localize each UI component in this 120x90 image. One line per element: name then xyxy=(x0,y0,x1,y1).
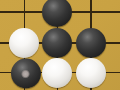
last-move-marker-icon xyxy=(21,69,30,78)
go-board[interactable] xyxy=(0,0,120,90)
intersection-r2c2 xyxy=(41,28,75,59)
intersection-r3c1 xyxy=(7,58,41,89)
board-grid[interactable] xyxy=(7,0,108,89)
intersection-r1c1[interactable] xyxy=(7,0,41,28)
black-stone xyxy=(76,28,106,58)
intersection-r1c3[interactable] xyxy=(74,0,108,28)
black-stone xyxy=(11,59,41,89)
intersection-r3c3 xyxy=(74,58,108,89)
intersection-r3c2 xyxy=(41,58,75,89)
white-stone xyxy=(76,58,106,88)
intersection-r2c1 xyxy=(7,28,41,59)
white-stone xyxy=(9,28,39,58)
black-stone xyxy=(42,0,72,27)
white-stone xyxy=(42,58,72,88)
intersection-r1c2 xyxy=(41,0,75,28)
intersection-r2c3 xyxy=(74,28,108,59)
black-stone xyxy=(42,28,72,58)
